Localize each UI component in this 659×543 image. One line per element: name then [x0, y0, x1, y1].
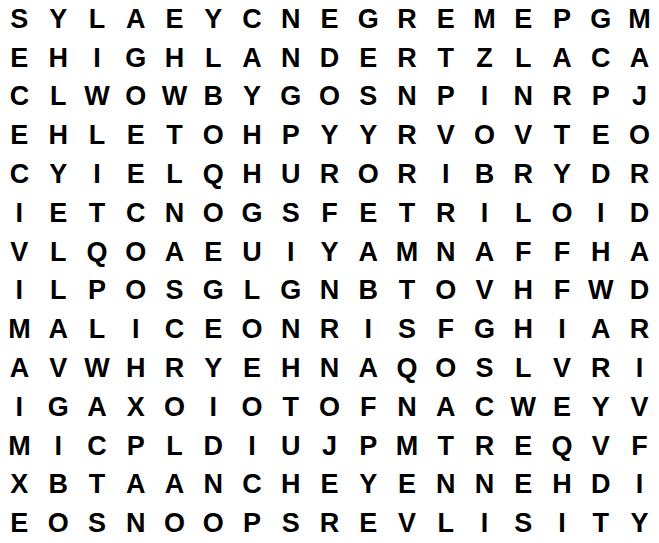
grid-cell[interactable]: D: [620, 194, 659, 233]
grid-cell[interactable]: G: [349, 0, 388, 39]
grid-cell[interactable]: O: [116, 233, 155, 272]
grid-cell[interactable]: H: [39, 116, 78, 155]
grid-cell[interactable]: I: [0, 194, 39, 233]
grid-cell[interactable]: G: [271, 271, 310, 310]
grid-cell[interactable]: N: [426, 233, 465, 272]
grid-cell[interactable]: E: [543, 388, 582, 427]
grid-cell[interactable]: R: [620, 155, 659, 194]
grid-cell[interactable]: E: [116, 155, 155, 194]
grid-cell[interactable]: H: [116, 349, 155, 388]
grid-cell[interactable]: D: [620, 271, 659, 310]
grid-cell[interactable]: O: [349, 155, 388, 194]
grid-cell[interactable]: O: [155, 504, 194, 543]
grid-cell[interactable]: N: [388, 78, 427, 117]
grid-cell[interactable]: O: [194, 504, 233, 543]
grid-cell[interactable]: R: [388, 39, 427, 78]
grid-cell[interactable]: I: [543, 310, 582, 349]
grid-cell[interactable]: Q: [388, 349, 427, 388]
grid-cell[interactable]: A: [78, 388, 117, 427]
grid-cell[interactable]: I: [620, 349, 659, 388]
grid-cell[interactable]: R: [581, 349, 620, 388]
grid-cell[interactable]: I: [465, 504, 504, 543]
grid-cell[interactable]: A: [349, 349, 388, 388]
grid-cell[interactable]: P: [349, 427, 388, 466]
grid-cell[interactable]: N: [388, 388, 427, 427]
grid-cell[interactable]: O: [233, 310, 272, 349]
grid-cell[interactable]: N: [504, 78, 543, 117]
grid-cell[interactable]: I: [116, 310, 155, 349]
grid-cell[interactable]: T: [426, 427, 465, 466]
grid-cell[interactable]: N: [310, 349, 349, 388]
grid-cell[interactable]: S: [349, 78, 388, 117]
grid-cell[interactable]: H: [504, 271, 543, 310]
grid-cell[interactable]: O: [233, 388, 272, 427]
grid-cell[interactable]: C: [581, 39, 620, 78]
grid-cell[interactable]: U: [271, 427, 310, 466]
grid-cell[interactable]: Y: [310, 116, 349, 155]
grid-cell[interactable]: E: [0, 116, 39, 155]
grid-cell[interactable]: F: [543, 233, 582, 272]
grid-cell[interactable]: G: [194, 271, 233, 310]
grid-cell[interactable]: R: [310, 310, 349, 349]
grid-cell[interactable]: E: [155, 0, 194, 39]
grid-cell[interactable]: B: [194, 78, 233, 117]
grid-cell[interactable]: H: [543, 465, 582, 504]
grid-cell[interactable]: P: [581, 78, 620, 117]
grid-cell[interactable]: G: [116, 39, 155, 78]
grid-cell[interactable]: O: [116, 78, 155, 117]
grid-cell[interactable]: V: [543, 349, 582, 388]
grid-cell[interactable]: L: [233, 271, 272, 310]
grid-cell[interactable]: S: [388, 310, 427, 349]
grid-cell[interactable]: D: [581, 465, 620, 504]
grid-cell[interactable]: A: [581, 310, 620, 349]
grid-cell[interactable]: W: [155, 78, 194, 117]
grid-cell[interactable]: Q: [194, 155, 233, 194]
grid-cell[interactable]: C: [233, 0, 272, 39]
grid-cell[interactable]: F: [504, 233, 543, 272]
grid-cell[interactable]: A: [155, 465, 194, 504]
grid-cell[interactable]: P: [271, 116, 310, 155]
grid-cell[interactable]: I: [426, 155, 465, 194]
grid-cell[interactable]: R: [620, 310, 659, 349]
grid-cell[interactable]: E: [504, 465, 543, 504]
grid-cell[interactable]: Y: [620, 504, 659, 543]
grid-cell[interactable]: T: [78, 194, 117, 233]
grid-cell[interactable]: Y: [194, 0, 233, 39]
grid-cell[interactable]: L: [78, 310, 117, 349]
grid-cell[interactable]: A: [426, 388, 465, 427]
grid-cell[interactable]: S: [78, 504, 117, 543]
grid-cell[interactable]: V: [581, 427, 620, 466]
grid-cell[interactable]: F: [310, 194, 349, 233]
grid-cell[interactable]: L: [78, 0, 117, 39]
grid-cell[interactable]: H: [155, 39, 194, 78]
grid-cell[interactable]: C: [0, 155, 39, 194]
grid-cell[interactable]: I: [349, 310, 388, 349]
grid-cell[interactable]: S: [271, 194, 310, 233]
grid-cell[interactable]: I: [543, 504, 582, 543]
grid-cell[interactable]: O: [465, 116, 504, 155]
grid-cell[interactable]: E: [233, 349, 272, 388]
grid-cell[interactable]: I: [233, 427, 272, 466]
grid-cell[interactable]: I: [620, 465, 659, 504]
grid-cell[interactable]: O: [310, 78, 349, 117]
grid-cell[interactable]: I: [581, 194, 620, 233]
grid-cell[interactable]: S: [271, 504, 310, 543]
grid-cell[interactable]: G: [465, 310, 504, 349]
grid-cell[interactable]: Y: [194, 349, 233, 388]
grid-cell[interactable]: C: [233, 465, 272, 504]
grid-cell[interactable]: V: [504, 116, 543, 155]
grid-cell[interactable]: I: [0, 388, 39, 427]
grid-cell[interactable]: A: [0, 349, 39, 388]
grid-cell[interactable]: Y: [310, 233, 349, 272]
grid-cell[interactable]: P: [78, 271, 117, 310]
grid-cell[interactable]: L: [78, 116, 117, 155]
grid-cell[interactable]: Q: [543, 427, 582, 466]
grid-cell[interactable]: I: [0, 271, 39, 310]
grid-cell[interactable]: E: [310, 0, 349, 39]
grid-cell[interactable]: O: [426, 349, 465, 388]
grid-cell[interactable]: M: [0, 427, 39, 466]
grid-cell[interactable]: E: [504, 0, 543, 39]
grid-cell[interactable]: S: [465, 349, 504, 388]
grid-cell[interactable]: J: [620, 78, 659, 117]
grid-cell[interactable]: A: [620, 39, 659, 78]
grid-cell[interactable]: L: [504, 39, 543, 78]
grid-cell[interactable]: P: [426, 78, 465, 117]
grid-cell[interactable]: B: [39, 465, 78, 504]
grid-cell[interactable]: A: [155, 233, 194, 272]
grid-cell[interactable]: P: [543, 0, 582, 39]
grid-cell[interactable]: X: [0, 465, 39, 504]
grid-cell[interactable]: B: [465, 155, 504, 194]
grid-cell[interactable]: T: [581, 504, 620, 543]
grid-cell[interactable]: T: [543, 116, 582, 155]
grid-cell[interactable]: O: [155, 388, 194, 427]
grid-cell[interactable]: E: [504, 427, 543, 466]
grid-cell[interactable]: A: [465, 233, 504, 272]
grid-cell[interactable]: P: [233, 504, 272, 543]
grid-cell[interactable]: G: [39, 388, 78, 427]
grid-cell[interactable]: H: [271, 465, 310, 504]
grid-cell[interactable]: N: [310, 271, 349, 310]
grid-cell[interactable]: E: [349, 194, 388, 233]
word-search-grid: SYLAEYCNEGREMEPGMEHIGHLANDERTZLACACLWOWB…: [0, 0, 659, 543]
grid-cell[interactable]: F: [349, 388, 388, 427]
grid-cell[interactable]: C: [0, 78, 39, 117]
grid-cell[interactable]: M: [388, 233, 427, 272]
grid-cell[interactable]: D: [310, 39, 349, 78]
grid-cell[interactable]: A: [620, 233, 659, 272]
grid-cell[interactable]: V: [620, 388, 659, 427]
grid-cell[interactable]: P: [116, 427, 155, 466]
grid-cell[interactable]: E: [310, 465, 349, 504]
grid-cell[interactable]: V: [39, 349, 78, 388]
grid-cell[interactable]: I: [465, 194, 504, 233]
grid-cell[interactable]: A: [116, 0, 155, 39]
grid-cell[interactable]: S: [0, 0, 39, 39]
grid-cell[interactable]: R: [465, 427, 504, 466]
grid-cell[interactable]: B: [349, 271, 388, 310]
grid-cell[interactable]: H: [39, 39, 78, 78]
grid-cell[interactable]: L: [39, 271, 78, 310]
grid-cell[interactable]: H: [504, 310, 543, 349]
grid-cell[interactable]: Y: [233, 78, 272, 117]
grid-cell[interactable]: C: [116, 194, 155, 233]
grid-cell[interactable]: O: [620, 116, 659, 155]
grid-cell[interactable]: V: [426, 116, 465, 155]
grid-cell[interactable]: R: [388, 116, 427, 155]
grid-cell[interactable]: T: [78, 465, 117, 504]
grid-cell[interactable]: M: [620, 0, 659, 39]
grid-cell[interactable]: Z: [465, 39, 504, 78]
grid-cell[interactable]: E: [116, 116, 155, 155]
grid-cell[interactable]: A: [349, 233, 388, 272]
grid-cell[interactable]: H: [233, 116, 272, 155]
grid-cell[interactable]: R: [388, 0, 427, 39]
grid-cell[interactable]: N: [465, 465, 504, 504]
grid-cell[interactable]: R: [504, 155, 543, 194]
grid-cell[interactable]: W: [504, 388, 543, 427]
grid-cell[interactable]: I: [194, 388, 233, 427]
grid-cell[interactable]: L: [39, 78, 78, 117]
grid-cell[interactable]: E: [194, 310, 233, 349]
grid-cell[interactable]: A: [233, 39, 272, 78]
grid-cell[interactable]: O: [543, 194, 582, 233]
grid-cell[interactable]: I: [39, 427, 78, 466]
grid-cell[interactable]: G: [581, 0, 620, 39]
grid-cell[interactable]: E: [349, 39, 388, 78]
grid-cell[interactable]: T: [271, 388, 310, 427]
grid-cell[interactable]: L: [155, 427, 194, 466]
grid-cell[interactable]: E: [426, 0, 465, 39]
grid-cell[interactable]: V: [465, 271, 504, 310]
grid-cell[interactable]: J: [310, 427, 349, 466]
grid-cell[interactable]: I: [78, 155, 117, 194]
grid-cell[interactable]: N: [271, 310, 310, 349]
grid-cell[interactable]: F: [426, 310, 465, 349]
grid-cell[interactable]: N: [271, 39, 310, 78]
grid-cell[interactable]: M: [0, 310, 39, 349]
grid-cell[interactable]: Y: [39, 155, 78, 194]
grid-cell[interactable]: E: [388, 465, 427, 504]
grid-cell[interactable]: C: [465, 388, 504, 427]
grid-cell[interactable]: N: [426, 465, 465, 504]
grid-cell[interactable]: E: [194, 233, 233, 272]
grid-cell[interactable]: N: [155, 194, 194, 233]
grid-cell[interactable]: L: [39, 233, 78, 272]
grid-cell[interactable]: R: [310, 504, 349, 543]
grid-cell[interactable]: C: [78, 427, 117, 466]
grid-cell[interactable]: O: [194, 194, 233, 233]
grid-cell[interactable]: L: [155, 155, 194, 194]
grid-cell[interactable]: U: [271, 155, 310, 194]
grid-cell[interactable]: O: [39, 504, 78, 543]
grid-cell[interactable]: N: [194, 465, 233, 504]
grid-cell[interactable]: F: [620, 427, 659, 466]
grid-cell[interactable]: G: [271, 78, 310, 117]
grid-cell[interactable]: Y: [543, 155, 582, 194]
grid-cell[interactable]: T: [388, 194, 427, 233]
grid-cell[interactable]: X: [116, 388, 155, 427]
grid-cell[interactable]: O: [310, 388, 349, 427]
grid-cell[interactable]: L: [504, 349, 543, 388]
grid-cell[interactable]: O: [194, 116, 233, 155]
grid-cell[interactable]: W: [78, 349, 117, 388]
grid-cell[interactable]: H: [271, 349, 310, 388]
grid-cell[interactable]: L: [504, 194, 543, 233]
grid-cell[interactable]: N: [271, 0, 310, 39]
grid-cell[interactable]: R: [426, 194, 465, 233]
grid-cell[interactable]: C: [155, 310, 194, 349]
grid-cell[interactable]: E: [39, 194, 78, 233]
grid-cell[interactable]: M: [465, 0, 504, 39]
grid-cell[interactable]: F: [543, 271, 582, 310]
grid-cell[interactable]: Y: [349, 465, 388, 504]
grid-cell[interactable]: E: [349, 504, 388, 543]
grid-cell[interactable]: H: [581, 233, 620, 272]
grid-cell[interactable]: A: [543, 39, 582, 78]
grid-cell[interactable]: Q: [78, 233, 117, 272]
grid-cell[interactable]: H: [233, 155, 272, 194]
grid-cell[interactable]: Y: [581, 388, 620, 427]
grid-cell[interactable]: T: [426, 39, 465, 78]
grid-cell[interactable]: T: [388, 271, 427, 310]
grid-cell[interactable]: A: [116, 465, 155, 504]
grid-cell[interactable]: M: [388, 427, 427, 466]
grid-cell[interactable]: R: [155, 349, 194, 388]
grid-cell[interactable]: W: [581, 271, 620, 310]
grid-cell[interactable]: G: [233, 194, 272, 233]
grid-cell[interactable]: E: [0, 39, 39, 78]
grid-cell[interactable]: I: [271, 233, 310, 272]
grid-cell[interactable]: L: [426, 504, 465, 543]
grid-cell[interactable]: N: [116, 504, 155, 543]
grid-cell[interactable]: Y: [39, 0, 78, 39]
grid-cell[interactable]: R: [388, 155, 427, 194]
grid-cell[interactable]: R: [310, 155, 349, 194]
grid-cell[interactable]: I: [465, 78, 504, 117]
grid-cell[interactable]: V: [0, 233, 39, 272]
grid-cell[interactable]: L: [194, 39, 233, 78]
grid-cell[interactable]: T: [155, 116, 194, 155]
grid-cell[interactable]: O: [116, 271, 155, 310]
grid-cell[interactable]: E: [581, 116, 620, 155]
grid-cell[interactable]: U: [233, 233, 272, 272]
grid-cell[interactable]: Y: [349, 116, 388, 155]
grid-cell[interactable]: S: [155, 271, 194, 310]
grid-cell[interactable]: R: [543, 78, 582, 117]
grid-cell[interactable]: V: [388, 504, 427, 543]
grid-cell[interactable]: D: [581, 155, 620, 194]
grid-cell[interactable]: A: [39, 310, 78, 349]
grid-cell[interactable]: I: [78, 39, 117, 78]
grid-cell[interactable]: E: [0, 504, 39, 543]
grid-cell[interactable]: W: [78, 78, 117, 117]
grid-cell[interactable]: S: [504, 504, 543, 543]
grid-cell[interactable]: O: [426, 271, 465, 310]
grid-cell[interactable]: D: [194, 427, 233, 466]
